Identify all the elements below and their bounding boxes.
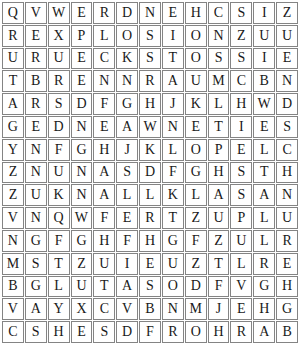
grid-cell-r2c9[interactable]: O [185, 25, 207, 47]
grid-cell-r6c11[interactable]: I [230, 116, 252, 138]
grid-cell-r1c7[interactable]: N [139, 2, 161, 24]
grid-cell-r9c11[interactable]: S [230, 184, 252, 206]
grid-cell-r1c6[interactable]: D [116, 2, 138, 24]
grid-cell-r3c9[interactable]: O [185, 48, 207, 70]
grid-cell-r12c10[interactable]: T [208, 253, 230, 275]
grid-cell-r8c12[interactable]: T [253, 162, 275, 184]
grid-cell-r9c1[interactable]: Z [2, 184, 24, 206]
grid-cell-r12c9[interactable]: Z [185, 253, 207, 275]
grid-cell-r13c6[interactable]: A [116, 276, 138, 298]
grid-cell-r4c9[interactable]: U [185, 70, 207, 92]
grid-cell-r3c2[interactable]: R [25, 48, 47, 70]
grid-cell-r9c13[interactable]: N [276, 184, 298, 206]
grid-cell-r15c6[interactable]: D [116, 321, 138, 343]
grid-cell-r14c9[interactable]: M [185, 298, 207, 320]
grid-cell-r12c6[interactable]: I [116, 253, 138, 275]
grid-cell-r2c12[interactable]: U [253, 25, 275, 47]
grid-cell-r9c7[interactable]: L [139, 184, 161, 206]
grid-cell-r3c3[interactable]: U [48, 48, 70, 70]
grid-cell-r10c9[interactable]: Z [185, 207, 207, 229]
grid-cell-r7c5[interactable]: H [93, 139, 115, 161]
grid-cell-r14c2[interactable]: A [25, 298, 47, 320]
grid-cell-r5c11[interactable]: H [230, 93, 252, 115]
grid-cell-r4c5[interactable]: N [93, 70, 115, 92]
grid-cell-r10c7[interactable]: R [139, 207, 161, 229]
grid-cell-r13c13[interactable]: H [276, 276, 298, 298]
grid-cell-r9c10[interactable]: A [208, 184, 230, 206]
grid-cell-r11c1[interactable]: N [2, 230, 24, 252]
grid-cell-r1c13[interactable]: Z [276, 2, 298, 24]
grid-cell-r7c13[interactable]: C [276, 139, 298, 161]
grid-cell-r7c3[interactable]: F [48, 139, 70, 161]
grid-cell-r9c4[interactable]: N [71, 184, 93, 206]
grid-cell-r5c13[interactable]: D [276, 93, 298, 115]
grid-cell-r13c11[interactable]: V [230, 276, 252, 298]
grid-cell-r5c10[interactable]: L [208, 93, 230, 115]
grid-cell-r2c7[interactable]: S [139, 25, 161, 47]
grid-cell-r7c10[interactable]: P [208, 139, 230, 161]
grid-cell-r11c5[interactable]: H [93, 230, 115, 252]
grid-cell-r1c1[interactable]: Q [2, 2, 24, 24]
grid-cell-r14c7[interactable]: B [139, 298, 161, 320]
grid-cell-r3c10[interactable]: S [208, 48, 230, 70]
grid-cell-r3c7[interactable]: S [139, 48, 161, 70]
grid-cell-r7c12[interactable]: L [253, 139, 275, 161]
grid-cell-r1c9[interactable]: H [185, 2, 207, 24]
grid-cell-r12c4[interactable]: Z [71, 253, 93, 275]
grid-cell-r6c2[interactable]: E [25, 116, 47, 138]
grid-cell-r7c8[interactable]: L [162, 139, 184, 161]
grid-cell-r5c12[interactable]: W [253, 93, 275, 115]
grid-cell-r12c8[interactable]: U [162, 253, 184, 275]
grid-cell-r5c9[interactable]: K [185, 93, 207, 115]
grid-cell-r11c4[interactable]: G [71, 230, 93, 252]
grid-cell-r10c4[interactable]: W [71, 207, 93, 229]
grid-cell-r3c1[interactable]: U [2, 48, 24, 70]
grid-cell-r11c12[interactable]: L [253, 230, 275, 252]
grid-cell-r9c3[interactable]: K [48, 184, 70, 206]
grid-cell-r4c6[interactable]: N [116, 70, 138, 92]
grid-cell-r8c3[interactable]: U [48, 162, 70, 184]
grid-cell-r14c1[interactable]: V [2, 298, 24, 320]
grid-cell-r15c11[interactable]: R [230, 321, 252, 343]
grid-cell-r3c8[interactable]: T [162, 48, 184, 70]
grid-cell-r6c6[interactable]: A [116, 116, 138, 138]
grid-cell-r5c5[interactable]: F [93, 93, 115, 115]
grid-cell-r1c8[interactable]: E [162, 2, 184, 24]
grid-cell-r3c11[interactable]: S [230, 48, 252, 70]
grid-cell-r5c6[interactable]: G [116, 93, 138, 115]
grid-cell-r13c2[interactable]: G [25, 276, 47, 298]
grid-cell-r4c8[interactable]: A [162, 70, 184, 92]
grid-cell-r14c5[interactable]: C [93, 298, 115, 320]
grid-cell-r10c12[interactable]: L [253, 207, 275, 229]
grid-cell-r15c1[interactable]: C [2, 321, 24, 343]
grid-cell-r11c11[interactable]: U [230, 230, 252, 252]
grid-cell-r11c13[interactable]: R [276, 230, 298, 252]
grid-cell-r10c1[interactable]: V [2, 207, 24, 229]
grid-cell-r12c11[interactable]: L [230, 253, 252, 275]
grid-cell-r8c5[interactable]: A [93, 162, 115, 184]
grid-cell-r7c7[interactable]: K [139, 139, 161, 161]
grid-cell-r6c1[interactable]: G [2, 116, 24, 138]
grid-cell-r15c3[interactable]: H [48, 321, 70, 343]
grid-cell-r10c11[interactable]: P [230, 207, 252, 229]
grid-cell-r14c12[interactable]: H [253, 298, 275, 320]
grid-cell-r7c1[interactable]: Y [2, 139, 24, 161]
grid-cell-r15c8[interactable]: R [162, 321, 184, 343]
grid-cell-r5c7[interactable]: H [139, 93, 161, 115]
grid-cell-r6c8[interactable]: N [162, 116, 184, 138]
grid-cell-r11c9[interactable]: F [185, 230, 207, 252]
grid-cell-r4c13[interactable]: N [276, 70, 298, 92]
grid-cell-r11c6[interactable]: F [116, 230, 138, 252]
grid-cell-r8c13[interactable]: H [276, 162, 298, 184]
grid-cell-r8c6[interactable]: S [116, 162, 138, 184]
grid-cell-r6c5[interactable]: E [93, 116, 115, 138]
grid-cell-r8c11[interactable]: S [230, 162, 252, 184]
grid-cell-r14c11[interactable]: E [230, 298, 252, 320]
grid-cell-r3c12[interactable]: I [253, 48, 275, 70]
grid-cell-r2c10[interactable]: N [208, 25, 230, 47]
grid-cell-r1c5[interactable]: R [93, 2, 115, 24]
grid-cell-r5c2[interactable]: R [25, 93, 47, 115]
grid-cell-r5c3[interactable]: S [48, 93, 70, 115]
grid-cell-r4c4[interactable]: E [71, 70, 93, 92]
grid-cell-r2c13[interactable]: U [276, 25, 298, 47]
grid-cell-r5c8[interactable]: J [162, 93, 184, 115]
grid-cell-r10c2[interactable]: N [25, 207, 47, 229]
grid-cell-r7c2[interactable]: N [25, 139, 47, 161]
grid-cell-r12c2[interactable]: S [25, 253, 47, 275]
grid-cell-r11c2[interactable]: G [25, 230, 47, 252]
grid-cell-r2c2[interactable]: E [25, 25, 47, 47]
grid-cell-r15c7[interactable]: F [139, 321, 161, 343]
grid-cell-r10c6[interactable]: E [116, 207, 138, 229]
grid-cell-r13c3[interactable]: L [48, 276, 70, 298]
grid-cell-r14c4[interactable]: X [71, 298, 93, 320]
grid-cell-r9c6[interactable]: L [116, 184, 138, 206]
grid-cell-r4c1[interactable]: T [2, 70, 24, 92]
grid-cell-r13c8[interactable]: O [162, 276, 184, 298]
grid-cell-r4c12[interactable]: B [253, 70, 275, 92]
grid-cell-r12c12[interactable]: R [253, 253, 275, 275]
grid-cell-r9c9[interactable]: L [185, 184, 207, 206]
grid-cell-r9c8[interactable]: K [162, 184, 184, 206]
grid-cell-r2c3[interactable]: X [48, 25, 70, 47]
grid-cell-r2c8[interactable]: I [162, 25, 184, 47]
grid-cell-r6c3[interactable]: D [48, 116, 70, 138]
grid-cell-r5c1[interactable]: A [2, 93, 24, 115]
grid-cell-r12c3[interactable]: T [48, 253, 70, 275]
grid-cell-r8c8[interactable]: F [162, 162, 184, 184]
grid-cell-r4c2[interactable]: B [25, 70, 47, 92]
grid-cell-r14c13[interactable]: G [276, 298, 298, 320]
grid-cell-r6c13[interactable]: S [276, 116, 298, 138]
grid-cell-r9c2[interactable]: U [25, 184, 47, 206]
grid-cell-r14c3[interactable]: Y [48, 298, 70, 320]
grid-cell-r10c13[interactable]: U [276, 207, 298, 229]
grid-cell-r8c2[interactable]: N [25, 162, 47, 184]
grid-cell-r12c1[interactable]: M [2, 253, 24, 275]
grid-cell-r13c9[interactable]: D [185, 276, 207, 298]
grid-cell-r1c3[interactable]: W [48, 2, 70, 24]
grid-cell-r3c6[interactable]: K [116, 48, 138, 70]
grid-cell-r7c9[interactable]: O [185, 139, 207, 161]
grid-cell-r11c10[interactable]: Z [208, 230, 230, 252]
grid-cell-r2c11[interactable]: Z [230, 25, 252, 47]
grid-cell-r1c2[interactable]: V [25, 2, 47, 24]
grid-cell-r4c7[interactable]: R [139, 70, 161, 92]
grid-cell-r7c6[interactable]: J [116, 139, 138, 161]
grid-cell-r1c12[interactable]: I [253, 2, 275, 24]
grid-cell-r2c1[interactable]: R [2, 25, 24, 47]
grid-cell-r14c10[interactable]: J [208, 298, 230, 320]
grid-cell-r8c7[interactable]: D [139, 162, 161, 184]
grid-cell-r15c13[interactable]: B [276, 321, 298, 343]
grid-cell-r4c10[interactable]: M [208, 70, 230, 92]
grid-cell-r15c9[interactable]: O [185, 321, 207, 343]
grid-cell-r10c5[interactable]: F [93, 207, 115, 229]
grid-cell-r9c12[interactable]: A [253, 184, 275, 206]
grid-cell-r11c7[interactable]: H [139, 230, 161, 252]
grid-cell-r4c3[interactable]: R [48, 70, 70, 92]
grid-cell-r9c5[interactable]: A [93, 184, 115, 206]
grid-cell-r8c9[interactable]: G [185, 162, 207, 184]
grid-cell-r13c10[interactable]: F [208, 276, 230, 298]
grid-cell-r6c9[interactable]: E [185, 116, 207, 138]
grid-cell-r8c10[interactable]: H [208, 162, 230, 184]
grid-cell-r6c7[interactable]: W [139, 116, 161, 138]
grid-cell-r3c13[interactable]: E [276, 48, 298, 70]
grid-cell-r7c4[interactable]: G [71, 139, 93, 161]
grid-cell-r15c5[interactable]: S [93, 321, 115, 343]
grid-cell-r14c6[interactable]: V [116, 298, 138, 320]
grid-cell-r1c10[interactable]: C [208, 2, 230, 24]
grid-cell-r15c4[interactable]: E [71, 321, 93, 343]
grid-cell-r3c4[interactable]: E [71, 48, 93, 70]
grid-cell-r12c7[interactable]: E [139, 253, 161, 275]
grid-cell-r13c7[interactable]: S [139, 276, 161, 298]
grid-cell-r10c3[interactable]: Q [48, 207, 70, 229]
grid-cell-r1c4[interactable]: E [71, 2, 93, 24]
grid-cell-r12c5[interactable]: U [93, 253, 115, 275]
grid-cell-r7c11[interactable]: E [230, 139, 252, 161]
grid-cell-r8c1[interactable]: Z [2, 162, 24, 184]
grid-cell-r13c12[interactable]: G [253, 276, 275, 298]
grid-cell-r4c11[interactable]: C [230, 70, 252, 92]
grid-cell-r13c1[interactable]: B [2, 276, 24, 298]
grid-cell-r10c8[interactable]: T [162, 207, 184, 229]
grid-cell-r14c8[interactable]: N [162, 298, 184, 320]
grid-cell-r2c4[interactable]: P [71, 25, 93, 47]
grid-cell-r13c5[interactable]: T [93, 276, 115, 298]
grid-cell-r1c11[interactable]: S [230, 2, 252, 24]
grid-cell-r12c13[interactable]: E [276, 253, 298, 275]
grid-cell-r2c6[interactable]: O [116, 25, 138, 47]
grid-cell-r2c5[interactable]: L [93, 25, 115, 47]
grid-cell-r6c4[interactable]: N [71, 116, 93, 138]
grid-cell-r6c12[interactable]: E [253, 116, 275, 138]
grid-cell-r5c4[interactable]: D [71, 93, 93, 115]
grid-cell-r6c10[interactable]: T [208, 116, 230, 138]
grid-cell-r8c4[interactable]: N [71, 162, 93, 184]
grid-cell-r3c5[interactable]: C [93, 48, 115, 70]
grid-cell-r11c3[interactable]: F [48, 230, 70, 252]
grid-cell-r15c2[interactable]: S [25, 321, 47, 343]
grid-cell-r11c8[interactable]: G [162, 230, 184, 252]
grid-cell-r15c12[interactable]: A [253, 321, 275, 343]
word-search-grid: QVWERDNEHCSIZREXPLOSIONZUUURUECKSTOSSIET… [0, 0, 300, 345]
grid-cell-r10c10[interactable]: U [208, 207, 230, 229]
grid-cell-r13c4[interactable]: U [71, 276, 93, 298]
grid-cell-r15c10[interactable]: H [208, 321, 230, 343]
